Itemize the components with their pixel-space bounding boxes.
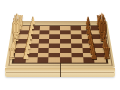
piece-black-rook: ♜: [103, 47, 111, 62]
chess-set-photo: ♜♟♟♜♞♟♟♞♝♟♟♝♛♟♟♛♚♟♟♚♝♟♟♝♞♟♟♞♜♟♟♜: [0, 0, 120, 90]
pieces-layer: ♜♟♟♜♞♟♟♞♝♟♟♝♛♟♟♛♚♟♟♚♝♟♟♝♞♟♟♞♜♟♟♜: [0, 0, 120, 90]
piece-white-pawn: ♟: [23, 49, 30, 62]
piece-black-pawn: ♟: [90, 49, 97, 62]
piece-white-rook: ♜: [8, 47, 16, 62]
